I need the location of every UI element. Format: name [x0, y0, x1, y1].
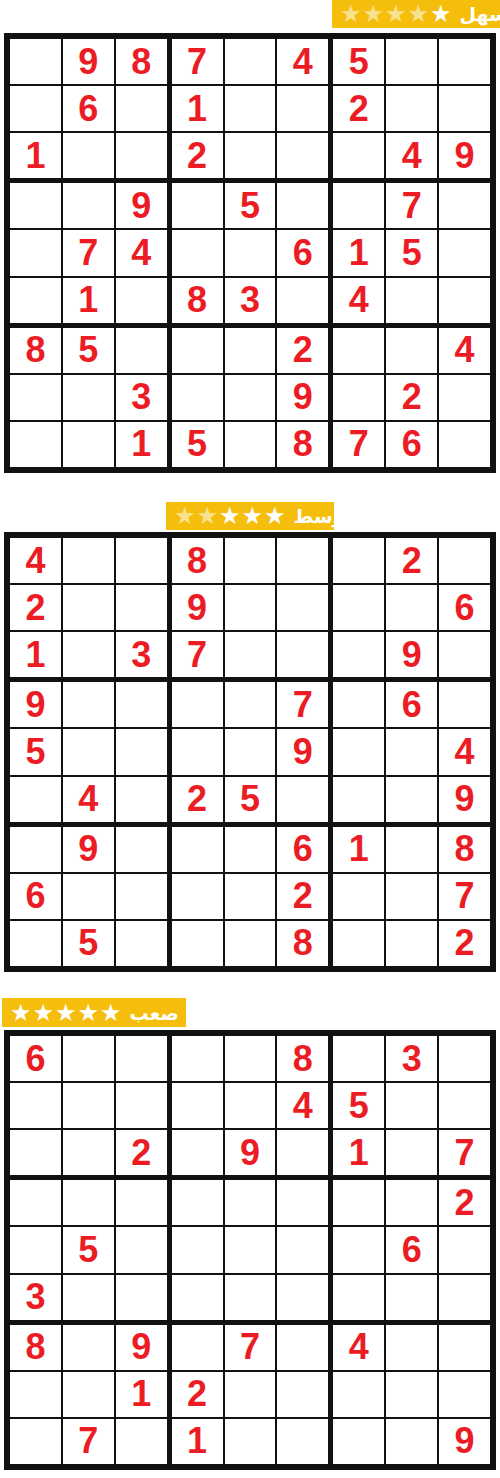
sudoku-box: 7925: [172, 682, 329, 821]
cell-r7c5[interactable]: [225, 827, 276, 872]
cell-r9c1[interactable]: [10, 422, 61, 467]
cell-r3c6[interactable]: [277, 632, 328, 677]
difficulty-stars-hard: ★★★★★: [10, 1000, 122, 1026]
cell-r4c9[interactable]: 2: [439, 1180, 490, 1225]
cell-r5c8[interactable]: [386, 729, 437, 774]
cell-r7c2[interactable]: 9: [63, 827, 114, 872]
cell-r1c4[interactable]: 7: [172, 39, 223, 84]
cell-r9c4[interactable]: 1: [172, 1419, 223, 1464]
cell-r6c1[interactable]: 3: [10, 1275, 61, 1320]
cell-r5c5[interactable]: [225, 729, 276, 774]
cell-r1c8[interactable]: 3: [386, 1036, 437, 1081]
cell-r2c1[interactable]: 2: [10, 585, 61, 630]
sudoku-box: 5683: [172, 183, 329, 322]
cell-r2c4[interactable]: 1: [172, 86, 223, 131]
cell-r9c8[interactable]: 6: [386, 422, 437, 467]
sudoku-board-hard: 6284935175326891772149: [4, 1030, 496, 1470]
cell-r4c1[interactable]: [10, 1180, 61, 1225]
cell-r3c5[interactable]: [225, 632, 276, 677]
cell-r2c8[interactable]: [386, 1083, 437, 1128]
cell-r1c9[interactable]: [439, 538, 490, 583]
sudoku-box: 721: [172, 1325, 329, 1464]
sudoku-box: 1872: [333, 827, 490, 966]
cell-r7c3[interactable]: 9: [116, 1325, 167, 1370]
cell-r4c8[interactable]: [386, 1180, 437, 1225]
cell-r7c8[interactable]: [386, 827, 437, 872]
cell-r4c4[interactable]: [172, 1180, 223, 1225]
cell-r7c9[interactable]: 8: [439, 827, 490, 872]
cell-r3c1[interactable]: 1: [10, 632, 61, 677]
cell-r8c5[interactable]: [225, 1372, 276, 1417]
cell-r1c1[interactable]: 4: [10, 538, 61, 583]
cell-r8c7[interactable]: [333, 874, 384, 919]
star-icon: ★: [385, 1, 407, 27]
cell-r5c6[interactable]: 9: [277, 729, 328, 774]
cell-r3c5[interactable]: 9: [225, 1130, 276, 1175]
cell-r3c9[interactable]: 9: [439, 133, 490, 178]
difficulty-banner-hard: ★★★★★ صعب: [2, 998, 186, 1027]
cell-r6c7[interactable]: [333, 1275, 384, 1320]
cell-r4c4[interactable]: [172, 682, 223, 727]
cell-r1c3[interactable]: [116, 1036, 167, 1081]
cell-r1c5[interactable]: [225, 538, 276, 583]
sudoku-box: 26: [333, 1180, 490, 1319]
cell-r9c7[interactable]: [333, 1419, 384, 1464]
cell-r7c6[interactable]: 2: [277, 328, 328, 373]
cell-r9c2[interactable]: [63, 422, 114, 467]
cell-r8c9[interactable]: [439, 375, 490, 420]
star-icon: ★: [264, 503, 286, 529]
cell-r3c6[interactable]: [277, 133, 328, 178]
cell-r5c7[interactable]: 1: [333, 230, 384, 275]
cell-r4c9[interactable]: [439, 183, 490, 228]
cell-r4c7[interactable]: [333, 183, 384, 228]
sudoku-box: 62: [10, 1036, 167, 1175]
cell-r6c6[interactable]: [277, 278, 328, 323]
cell-r4c5[interactable]: [225, 682, 276, 727]
cell-r4c9[interactable]: [439, 682, 490, 727]
cell-r4c1[interactable]: 9: [10, 682, 61, 727]
cell-r5c2[interactable]: 7: [63, 230, 114, 275]
cell-r1c7[interactable]: [333, 538, 384, 583]
cell-r5c6[interactable]: [277, 1227, 328, 1272]
cell-r9c6[interactable]: 8: [277, 422, 328, 467]
cell-r1c1[interactable]: 6: [10, 1036, 61, 1081]
cell-r8c2[interactable]: [63, 874, 114, 919]
sudoku-box: 269: [333, 538, 490, 677]
sudoku-box: 8531: [10, 328, 167, 467]
star-icon: ★: [10, 1000, 32, 1026]
cell-r7c9[interactable]: 4: [439, 328, 490, 373]
cell-r6c6[interactable]: [277, 1275, 328, 1320]
cell-r8c3[interactable]: 1: [116, 1372, 167, 1417]
star-icon: ★: [430, 1, 452, 27]
cell-r9c3[interactable]: [116, 1419, 167, 1464]
star-icon: ★: [340, 1, 362, 27]
cell-r6c1[interactable]: [10, 278, 61, 323]
cell-r6c8[interactable]: [386, 278, 437, 323]
cell-r9c6[interactable]: [277, 1419, 328, 1464]
cell-r6c5[interactable]: [225, 1275, 276, 1320]
cell-r3c1[interactable]: [10, 1130, 61, 1175]
cell-r8c5[interactable]: [225, 874, 276, 919]
cell-r2c3[interactable]: [116, 1083, 167, 1128]
cell-r9c7[interactable]: [333, 921, 384, 966]
cell-r2c5[interactable]: [225, 1083, 276, 1128]
cell-r2c6[interactable]: 4: [277, 1083, 328, 1128]
cell-r7c8[interactable]: [386, 328, 437, 373]
cell-r3c3[interactable]: [116, 133, 167, 178]
sudoku-board-easy: 986174125249974156837154853129584276: [4, 33, 496, 473]
cell-r2c9[interactable]: [439, 86, 490, 131]
cell-r5c9[interactable]: 4: [439, 729, 490, 774]
sudoku-box: 4213: [10, 538, 167, 677]
cell-r8c4[interactable]: [172, 874, 223, 919]
star-icon: ★: [174, 503, 196, 529]
cell-r8c3[interactable]: 3: [116, 375, 167, 420]
cell-r4c6[interactable]: [277, 183, 328, 228]
cell-r5c1[interactable]: [10, 1227, 61, 1272]
sudoku-box: [172, 1180, 329, 1319]
cell-r5c7[interactable]: [333, 1227, 384, 1272]
cell-r6c2[interactable]: [63, 1275, 114, 1320]
cell-r8c3[interactable]: [116, 874, 167, 919]
sudoku-box: 9861: [10, 39, 167, 178]
star-icon: ★: [197, 503, 219, 529]
star-icon: ★: [219, 503, 241, 529]
sudoku-box: 49: [333, 1325, 490, 1464]
cell-r2c5[interactable]: [225, 585, 276, 630]
sudoku-box: 649: [333, 682, 490, 821]
cell-r5c5[interactable]: [225, 1227, 276, 1272]
cell-r4c3[interactable]: [116, 682, 167, 727]
cell-r4c8[interactable]: 6: [386, 682, 437, 727]
cell-r4c3[interactable]: 9: [116, 183, 167, 228]
star-icon: ★: [363, 1, 385, 27]
cell-r4c6[interactable]: [277, 1180, 328, 1225]
sudoku-box: 8917: [10, 1325, 167, 1464]
cell-r7c7[interactable]: [333, 328, 384, 373]
cell-r7c5[interactable]: [225, 328, 276, 373]
cell-r6c7[interactable]: [333, 777, 384, 822]
cell-r3c4[interactable]: 7: [172, 632, 223, 677]
cell-r8c8[interactable]: [386, 874, 437, 919]
cell-r9c1[interactable]: [10, 1419, 61, 1464]
cell-r5c7[interactable]: [333, 729, 384, 774]
cell-r2c2[interactable]: [63, 585, 114, 630]
cell-r2c9[interactable]: 6: [439, 585, 490, 630]
cell-r4c1[interactable]: [10, 183, 61, 228]
cell-r2c9[interactable]: [439, 1083, 490, 1128]
cell-r3c9[interactable]: [439, 632, 490, 677]
cell-r8c4[interactable]: 2: [172, 1372, 223, 1417]
cell-r5c4[interactable]: [172, 1227, 223, 1272]
cell-r5c1[interactable]: 5: [10, 729, 61, 774]
cell-r2c1[interactable]: [10, 1083, 61, 1128]
cell-r4c2[interactable]: [63, 1180, 114, 1225]
cell-r1c8[interactable]: [386, 39, 437, 84]
cell-r6c6[interactable]: [277, 777, 328, 822]
cell-r8c4[interactable]: [172, 375, 223, 420]
cell-r2c3[interactable]: [116, 585, 167, 630]
cell-r8c9[interactable]: [439, 1372, 490, 1417]
cell-r3c8[interactable]: [386, 1130, 437, 1175]
cell-r7c4[interactable]: [172, 328, 223, 373]
sudoku-box: 7154: [333, 183, 490, 322]
sudoku-box: 628: [172, 827, 329, 966]
cell-r1c8[interactable]: 2: [386, 538, 437, 583]
cell-r2c3[interactable]: [116, 86, 167, 131]
sudoku-board-medium: 421389726995479256499656281872: [4, 532, 496, 972]
cell-r1c6[interactable]: 4: [277, 39, 328, 84]
difficulty-label-easy: سهل: [460, 0, 500, 28]
cell-r6c2[interactable]: 1: [63, 278, 114, 323]
cell-r1c4[interactable]: 8: [172, 538, 223, 583]
cell-r1c7[interactable]: 5: [333, 39, 384, 84]
cell-r9c9[interactable]: 9: [439, 1419, 490, 1464]
sudoku-box: 954: [10, 682, 167, 821]
cell-r2c8[interactable]: [386, 585, 437, 630]
cell-r5c2[interactable]: 5: [63, 1227, 114, 1272]
difficulty-stars-medium: ★★★★★: [174, 503, 286, 529]
cell-r9c3[interactable]: 1: [116, 422, 167, 467]
cell-r7c9[interactable]: [439, 1325, 490, 1370]
star-icon: ★: [408, 1, 430, 27]
sudoku-box: 3517: [333, 1036, 490, 1175]
cell-r2c2[interactable]: 6: [63, 86, 114, 131]
cell-r5c1[interactable]: [10, 230, 61, 275]
cell-r2c8[interactable]: [386, 86, 437, 131]
star-icon: ★: [242, 503, 264, 529]
cell-r6c4[interactable]: [172, 1275, 223, 1320]
cell-r5c3[interactable]: 4: [116, 230, 167, 275]
cell-r1c5[interactable]: [225, 39, 276, 84]
cell-r3c1[interactable]: 1: [10, 133, 61, 178]
cell-r1c4[interactable]: [172, 1036, 223, 1081]
cell-r3c2[interactable]: [63, 133, 114, 178]
cell-r5c4[interactable]: [172, 230, 223, 275]
cell-r6c3[interactable]: [116, 777, 167, 822]
cell-r6c2[interactable]: 4: [63, 777, 114, 822]
cell-r3c6[interactable]: [277, 1130, 328, 1175]
sudoku-box: 849: [172, 1036, 329, 1175]
sudoku-box: 9741: [10, 183, 167, 322]
sudoku-box: 5249: [333, 39, 490, 178]
cell-r6c9[interactable]: 9: [439, 777, 490, 822]
cell-r8c8[interactable]: 2: [386, 375, 437, 420]
cell-r2c7[interactable]: [333, 585, 384, 630]
cell-r5c5[interactable]: [225, 230, 276, 275]
cell-r3c7[interactable]: [333, 632, 384, 677]
cell-r9c8[interactable]: [386, 1419, 437, 1464]
sudoku-box: 897: [172, 538, 329, 677]
star-icon: ★: [33, 1000, 55, 1026]
cell-r4c7[interactable]: [333, 682, 384, 727]
cell-r4c2[interactable]: [63, 183, 114, 228]
cell-r4c4[interactable]: [172, 183, 223, 228]
cell-r6c5[interactable]: 3: [225, 278, 276, 323]
cell-r8c6[interactable]: 2: [277, 874, 328, 919]
cell-r4c2[interactable]: [63, 682, 114, 727]
cell-r6c4[interactable]: 8: [172, 278, 223, 323]
cell-r9c9[interactable]: [439, 422, 490, 467]
sudoku-box: 53: [10, 1180, 167, 1319]
difficulty-banner-medium: ★★★★★ وسط: [166, 502, 334, 530]
cell-r7c8[interactable]: [386, 1325, 437, 1370]
cell-r6c7[interactable]: 4: [333, 278, 384, 323]
cell-r2c6[interactable]: [277, 86, 328, 131]
cell-r3c2[interactable]: [63, 632, 114, 677]
cell-r3c4[interactable]: 2: [172, 133, 223, 178]
cell-r9c4[interactable]: 5: [172, 422, 223, 467]
cell-r1c3[interactable]: 8: [116, 39, 167, 84]
cell-r8c8[interactable]: [386, 1372, 437, 1417]
cell-r8c1[interactable]: 6: [10, 874, 61, 919]
cell-r8c7[interactable]: [333, 1372, 384, 1417]
cell-r3c8[interactable]: 4: [386, 133, 437, 178]
cell-r6c8[interactable]: [386, 1275, 437, 1320]
cell-r1c3[interactable]: [116, 538, 167, 583]
cell-r3c3[interactable]: 2: [116, 1130, 167, 1175]
cell-r9c3[interactable]: [116, 921, 167, 966]
cell-r8c6[interactable]: [277, 1372, 328, 1417]
cell-r2c1[interactable]: [10, 86, 61, 131]
cell-r1c9[interactable]: [439, 1036, 490, 1081]
difficulty-banner-easy: ★★★★★ سهل: [332, 0, 500, 28]
cell-r7c1[interactable]: 8: [10, 1325, 61, 1370]
cell-r1c2[interactable]: [63, 1036, 114, 1081]
cell-r6c9[interactable]: [439, 1275, 490, 1320]
cell-r9c4[interactable]: [172, 921, 223, 966]
cell-r1c6[interactable]: [277, 538, 328, 583]
sudoku-box: 4276: [333, 328, 490, 467]
cell-r5c3[interactable]: [116, 1227, 167, 1272]
cell-r9c8[interactable]: [386, 921, 437, 966]
cell-r7c4[interactable]: [172, 1325, 223, 1370]
difficulty-label-hard: صعب: [130, 999, 179, 1027]
cell-r6c5[interactable]: 5: [225, 777, 276, 822]
cell-r6c9[interactable]: [439, 278, 490, 323]
cell-r9c1[interactable]: [10, 921, 61, 966]
cell-r8c2[interactable]: [63, 375, 114, 420]
sudoku-page: ★★★★★ سهل 986174125249974156837154853129…: [0, 0, 500, 1478]
cell-r2c4[interactable]: [172, 1083, 223, 1128]
cell-r7c6[interactable]: 6: [277, 827, 328, 872]
cell-r3c8[interactable]: 9: [386, 632, 437, 677]
cell-r4c8[interactable]: 7: [386, 183, 437, 228]
cell-r5c6[interactable]: 6: [277, 230, 328, 275]
cell-r9c2[interactable]: 5: [63, 921, 114, 966]
cell-r6c8[interactable]: [386, 777, 437, 822]
cell-r5c8[interactable]: 5: [386, 230, 437, 275]
cell-r8c7[interactable]: [333, 375, 384, 420]
star-icon: ★: [78, 1000, 100, 1026]
cell-r8c2[interactable]: [63, 1372, 114, 1417]
cell-r5c2[interactable]: [63, 729, 114, 774]
cell-r8c1[interactable]: [10, 375, 61, 420]
cell-r3c2[interactable]: [63, 1130, 114, 1175]
cell-r9c5[interactable]: [225, 1419, 276, 1464]
cell-r6c4[interactable]: 2: [172, 777, 223, 822]
cell-r5c9[interactable]: [439, 230, 490, 275]
cell-r5c8[interactable]: 6: [386, 1227, 437, 1272]
cell-r2c4[interactable]: 9: [172, 585, 223, 630]
cell-r1c2[interactable]: 9: [63, 39, 114, 84]
cell-r8c1[interactable]: [10, 1372, 61, 1417]
cell-r1c2[interactable]: [63, 538, 114, 583]
cell-r7c7[interactable]: 1: [333, 827, 384, 872]
cell-r1c9[interactable]: [439, 39, 490, 84]
sudoku-box: 7412: [172, 39, 329, 178]
cell-r3c3[interactable]: 3: [116, 632, 167, 677]
cell-r5c3[interactable]: [116, 729, 167, 774]
cell-r3c7[interactable]: [333, 133, 384, 178]
cell-r7c7[interactable]: 4: [333, 1325, 384, 1370]
cell-r8c5[interactable]: [225, 375, 276, 420]
cell-r1c5[interactable]: [225, 1036, 276, 1081]
cell-r7c6[interactable]: [277, 1325, 328, 1370]
cell-r2c5[interactable]: [225, 86, 276, 131]
difficulty-stars-easy: ★★★★★: [340, 1, 452, 27]
cell-r7c1[interactable]: [10, 827, 61, 872]
cell-r7c2[interactable]: 5: [63, 328, 114, 373]
cell-r2c7[interactable]: 2: [333, 86, 384, 131]
cell-r5c9[interactable]: [439, 1227, 490, 1272]
cell-r4c3[interactable]: [116, 1180, 167, 1225]
cell-r7c1[interactable]: 8: [10, 328, 61, 373]
cell-r7c2[interactable]: [63, 1325, 114, 1370]
star-icon: ★: [100, 1000, 122, 1026]
cell-r1c1[interactable]: [10, 39, 61, 84]
cell-r1c7[interactable]: [333, 1036, 384, 1081]
cell-r2c2[interactable]: [63, 1083, 114, 1128]
sudoku-box: 965: [10, 827, 167, 966]
cell-r5c4[interactable]: [172, 729, 223, 774]
difficulty-label-medium: وسط: [294, 502, 345, 530]
cell-r3c7[interactable]: 1: [333, 1130, 384, 1175]
cell-r4c7[interactable]: [333, 1180, 384, 1225]
cell-r6c1[interactable]: [10, 777, 61, 822]
cell-r4c6[interactable]: 7: [277, 682, 328, 727]
cell-r7c3[interactable]: [116, 328, 167, 373]
cell-r9c2[interactable]: 7: [63, 1419, 114, 1464]
cell-r4c5[interactable]: [225, 1180, 276, 1225]
cell-r9c7[interactable]: 7: [333, 422, 384, 467]
cell-r3c4[interactable]: [172, 1130, 223, 1175]
cell-r9c5[interactable]: [225, 921, 276, 966]
cell-r3c5[interactable]: [225, 133, 276, 178]
cell-r7c5[interactable]: 7: [225, 1325, 276, 1370]
cell-r1c6[interactable]: 8: [277, 1036, 328, 1081]
cell-r6c3[interactable]: [116, 278, 167, 323]
cell-r9c6[interactable]: 8: [277, 921, 328, 966]
cell-r9c5[interactable]: [225, 422, 276, 467]
sudoku-box: 2958: [172, 328, 329, 467]
cell-r3c9[interactable]: 7: [439, 1130, 490, 1175]
cell-r7c4[interactable]: [172, 827, 223, 872]
cell-r4c5[interactable]: 5: [225, 183, 276, 228]
cell-r8c6[interactable]: 9: [277, 375, 328, 420]
cell-r6c3[interactable]: [116, 1275, 167, 1320]
cell-r2c6[interactable]: [277, 585, 328, 630]
cell-r8c9[interactable]: 7: [439, 874, 490, 919]
cell-r9c9[interactable]: 2: [439, 921, 490, 966]
cell-r7c3[interactable]: [116, 827, 167, 872]
cell-r2c7[interactable]: 5: [333, 1083, 384, 1128]
star-icon: ★: [55, 1000, 77, 1026]
